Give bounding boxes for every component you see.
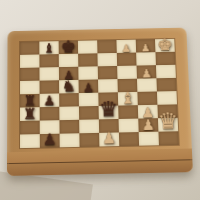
square-r2c2[interactable]: [39, 54, 58, 67]
square-r8c7[interactable]: [139, 132, 159, 146]
square-r1c2[interactable]: ♝: [39, 41, 58, 54]
square-r3c8[interactable]: [156, 65, 176, 78]
square-r4c7[interactable]: [137, 78, 157, 92]
piece-dark-pawn-a7[interactable]: ♟: [43, 133, 57, 148]
chess-board: ♝♚♟♟♚♟♟♞♟♜♟♝♜♛♟♟♛♟♟: [7, 28, 193, 176]
square-r8c4[interactable]: [79, 133, 99, 147]
square-r4c4[interactable]: ♟: [79, 79, 99, 93]
square-r7c6[interactable]: [119, 119, 139, 133]
piece-dark-king-h6[interactable]: ♚: [60, 38, 76, 55]
square-r7c1[interactable]: [20, 121, 40, 135]
piece-dark-knight-e6[interactable]: ♞: [62, 79, 76, 94]
square-r2c5[interactable]: [97, 53, 117, 66]
square-r2c7[interactable]: [136, 52, 156, 65]
square-r3c6[interactable]: [117, 66, 137, 80]
piece-dark-queen-c4[interactable]: ♛: [99, 99, 119, 120]
square-r2c8[interactable]: [155, 52, 175, 65]
square-r4c8[interactable]: [156, 78, 176, 92]
square-r5c8[interactable]: [157, 91, 177, 105]
piece-light-bishop-d3[interactable]: ♝: [120, 90, 135, 106]
square-r6c6[interactable]: [118, 105, 138, 119]
piece-light-king-h1[interactable]: ♚: [157, 36, 173, 53]
piece-light-pawn-a4[interactable]: ♟: [102, 132, 116, 147]
square-r6c3[interactable]: [59, 106, 79, 120]
square-r3c2[interactable]: [39, 67, 59, 81]
square-r1c7[interactable]: ♟: [136, 39, 156, 52]
square-r1c6[interactable]: ♟: [116, 40, 136, 53]
square-r8c6[interactable]: [119, 132, 139, 146]
square-r5c6[interactable]: ♝: [118, 92, 138, 106]
piece-dark-rook-c8[interactable]: ♜: [23, 107, 37, 122]
square-r3c5[interactable]: [98, 66, 118, 80]
square-r1c1[interactable]: [20, 42, 39, 55]
square-r1c4[interactable]: [78, 40, 98, 53]
photo-scene: ♝♚♟♟♚♟♟♞♟♜♟♝♜♛♟♟♛♟♟: [0, 0, 200, 200]
square-r8c8[interactable]: [158, 131, 178, 145]
square-r8c1[interactable]: [20, 134, 40, 148]
square-r2c3[interactable]: [59, 54, 79, 67]
square-r4c2[interactable]: [40, 80, 60, 94]
board-hinge-seam: [9, 159, 190, 164]
square-r1c8[interactable]: ♚: [155, 39, 175, 52]
square-r5c3[interactable]: [59, 93, 79, 107]
square-r5c7[interactable]: [137, 91, 157, 105]
square-r7c8[interactable]: ♛: [158, 118, 178, 132]
square-r5c4[interactable]: [79, 93, 99, 107]
square-r1c3[interactable]: ♚: [59, 41, 78, 54]
square-r2c6[interactable]: [117, 53, 137, 66]
square-r4c3[interactable]: ♞: [59, 80, 79, 94]
square-r8c2[interactable]: ♟: [40, 134, 60, 148]
square-r6c2[interactable]: [40, 107, 60, 121]
piece-light-pawn-b2[interactable]: ♟: [141, 118, 155, 133]
square-r6c5[interactable]: ♛: [99, 106, 119, 120]
square-r8c3[interactable]: [60, 133, 80, 147]
square-r7c4[interactable]: [79, 119, 99, 133]
square-r3c1[interactable]: [20, 68, 39, 82]
piece-light-queen-b1[interactable]: ♛: [157, 110, 178, 133]
board-front-edge: [7, 148, 193, 175]
square-r7c7[interactable]: ♟: [138, 118, 158, 132]
square-r7c3[interactable]: [59, 120, 79, 134]
board-grid: ♝♚♟♟♚♟♟♞♟♜♟♝♜♛♟♟♛♟♟: [20, 39, 179, 148]
square-r6c1[interactable]: ♜: [20, 107, 40, 121]
square-r6c4[interactable]: [79, 106, 99, 120]
square-r2c1[interactable]: [20, 54, 39, 67]
square-r5c2[interactable]: ♟: [40, 93, 60, 107]
square-r2c4[interactable]: [78, 53, 98, 66]
square-r8c5[interactable]: ♟: [99, 132, 119, 146]
square-r3c7[interactable]: ♟: [137, 65, 157, 78]
square-r3c4[interactable]: [78, 66, 98, 80]
square-r1c5[interactable]: [97, 40, 117, 53]
square-r4c5[interactable]: [98, 79, 118, 93]
